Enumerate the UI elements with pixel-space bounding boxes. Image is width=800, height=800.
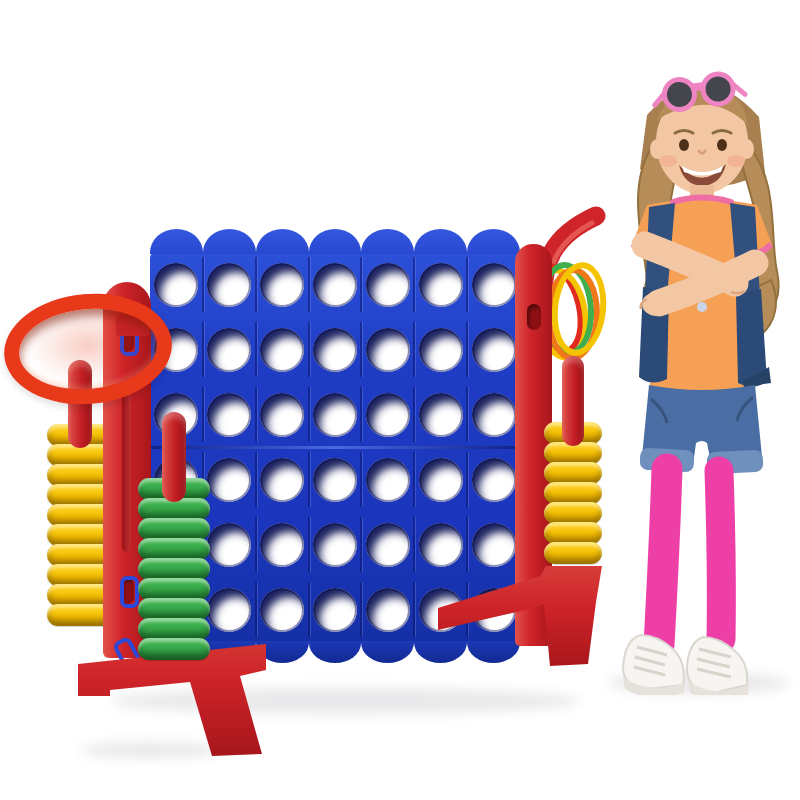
board-cell — [309, 317, 362, 382]
toss-ring-green — [138, 598, 210, 620]
empty-hole — [207, 328, 251, 372]
empty-hole — [260, 523, 304, 567]
board-cell — [309, 382, 362, 447]
empty-hole — [207, 523, 251, 567]
board-cell — [203, 317, 256, 382]
board-cell — [467, 317, 520, 382]
post-groove — [122, 384, 131, 552]
empty-hole — [472, 523, 516, 567]
product-photo-stage — [0, 0, 800, 800]
board-cell — [309, 252, 362, 317]
board-cell — [361, 512, 414, 577]
empty-hole — [472, 458, 516, 502]
ring-toss-peg — [562, 356, 584, 446]
board-cell — [361, 447, 414, 512]
empty-hole — [260, 588, 304, 632]
empty-hole — [260, 458, 304, 502]
board-cell — [414, 252, 467, 317]
empty-hole — [154, 263, 198, 307]
board-cell — [203, 447, 256, 512]
board-cell — [309, 577, 362, 642]
empty-hole — [207, 263, 251, 307]
floor-shadow-game — [110, 688, 580, 714]
empty-hole — [313, 458, 357, 502]
toss-ring-green — [138, 618, 210, 640]
board-cell — [203, 512, 256, 577]
empty-hole — [419, 328, 463, 372]
empty-hole — [366, 523, 410, 567]
empty-hole — [366, 328, 410, 372]
board-cell — [467, 447, 520, 512]
empty-hole — [313, 523, 357, 567]
blue-clip — [120, 576, 139, 608]
ring-stack-green — [138, 412, 210, 660]
scallop-bump — [309, 229, 362, 254]
toss-ring-green — [138, 558, 210, 580]
board-cell — [467, 382, 520, 447]
board-cell — [361, 317, 414, 382]
board-cell — [256, 317, 309, 382]
board-cell — [256, 447, 309, 512]
board-cell — [256, 577, 309, 642]
empty-hole — [260, 263, 304, 307]
empty-hole — [472, 263, 516, 307]
child-model — [585, 45, 795, 695]
scallop-bump — [467, 641, 520, 663]
empty-hole — [419, 263, 463, 307]
board-top-edge — [150, 229, 520, 254]
scallop-bump — [150, 229, 203, 254]
empty-hole — [366, 393, 410, 437]
board-cell — [309, 447, 362, 512]
empty-hole — [260, 328, 304, 372]
scallop-bump — [414, 641, 467, 663]
board-cell — [414, 512, 467, 577]
empty-hole — [366, 263, 410, 307]
scallop-bump — [309, 641, 362, 663]
empty-hole — [207, 588, 251, 632]
board-cell — [361, 382, 414, 447]
post-slot — [527, 304, 541, 330]
scallop-bump — [361, 229, 414, 254]
board-cell — [203, 577, 256, 642]
board-cell — [414, 317, 467, 382]
board-cell — [203, 382, 256, 447]
scallop-bump — [203, 229, 256, 254]
girl-tights — [659, 469, 721, 645]
empty-hole — [207, 458, 251, 502]
empty-hole — [472, 328, 516, 372]
scallop-bump — [361, 641, 414, 663]
board-cell — [361, 577, 414, 642]
empty-hole — [366, 588, 410, 632]
floor-shadow-left-leg — [80, 742, 220, 758]
empty-hole — [419, 393, 463, 437]
board-cell — [414, 382, 467, 447]
empty-hole — [419, 458, 463, 502]
scallop-bump — [467, 229, 520, 254]
toss-ring-green — [138, 578, 210, 600]
board-cell — [361, 252, 414, 317]
toss-ring-green — [138, 538, 210, 560]
board-cell — [256, 512, 309, 577]
empty-hole — [313, 328, 357, 372]
empty-hole — [366, 458, 410, 502]
board-cell — [467, 252, 520, 317]
board-cell — [256, 382, 309, 447]
empty-hole — [472, 393, 516, 437]
empty-hole — [260, 393, 304, 437]
ring-toss-peg — [162, 412, 186, 502]
toss-ring-green — [138, 638, 210, 660]
board-cell — [414, 447, 467, 512]
toss-ring-green — [138, 518, 210, 540]
empty-hole — [207, 393, 251, 437]
board-cell — [467, 512, 520, 577]
board-cell — [203, 252, 256, 317]
empty-hole — [419, 523, 463, 567]
board-cell — [309, 512, 362, 577]
empty-hole — [313, 263, 357, 307]
board-cell — [150, 252, 203, 317]
board-cell — [256, 252, 309, 317]
empty-hole — [313, 588, 357, 632]
empty-hole — [313, 393, 357, 437]
scallop-bump — [414, 229, 467, 254]
scallop-bump — [256, 229, 309, 254]
